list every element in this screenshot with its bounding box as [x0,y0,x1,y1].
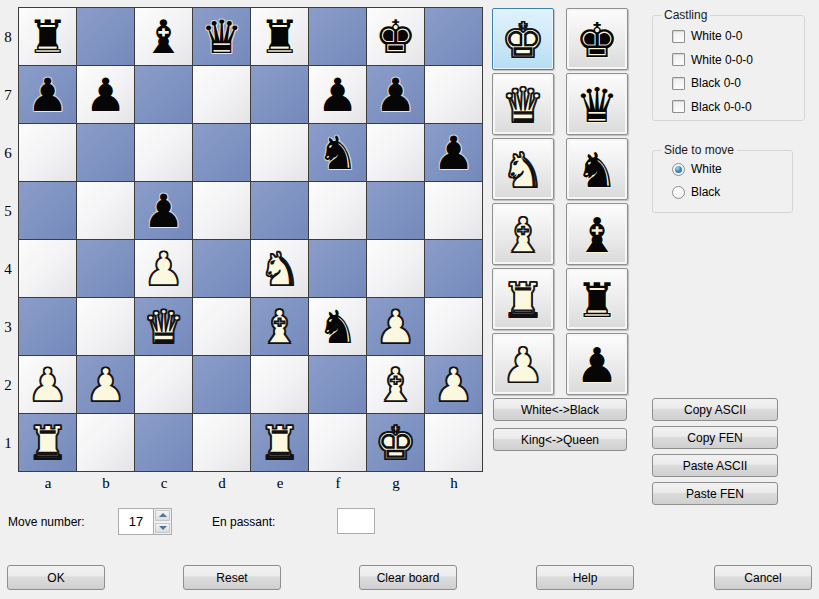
ok-button[interactable]: OK [7,565,105,590]
square-b8[interactable] [77,8,134,65]
white-bishop: ♝ [251,298,308,355]
checkbox-unchecked[interactable] [672,77,685,90]
black-knight: ♞ [309,124,366,181]
castling-option-white-0-0-0: White 0-0-0 [672,53,753,67]
copy-fen-button[interactable]: Copy FEN [652,426,778,449]
square-a8[interactable]: ♜ [19,8,76,65]
rank-label-5: 5 [0,182,16,240]
square-b2[interactable]: ♟ [77,356,134,413]
white-pawn: ♟ [77,356,134,413]
paste-fen-button[interactable]: Paste FEN [652,482,778,505]
clear-board-button[interactable]: Clear board [359,565,457,590]
white-bishop-icon: ♝ [495,206,551,262]
cancel-button[interactable]: Cancel [714,565,812,590]
piece-selector: ♚♚♛♛♞♞♝♝♜♜♟♟ [492,8,628,395]
square-c8[interactable]: ♝ [135,8,192,65]
square-h8[interactable] [425,8,482,65]
radio-label: White [691,162,722,176]
file-label-f: f [309,474,367,492]
file-label-h: h [425,474,483,492]
checkbox-label: White 0-0-0 [691,53,753,67]
square-h1[interactable] [425,414,482,471]
square-a1[interactable]: ♜ [19,414,76,471]
rank-label-4: 4 [0,240,16,298]
square-b3[interactable] [77,298,134,355]
square-c1[interactable] [135,414,192,471]
arrow-up-icon [159,513,167,517]
checkbox-label: Black 0-0-0 [691,100,752,114]
square-a3[interactable] [19,298,76,355]
square-h4[interactable] [425,240,482,297]
position-setup-dialog: 87654321 ♜♝♛♜♚♟♟♟♟♞♟♟♟♞♛♝♞♟♟♟♝♟♜♜♚ abcde… [0,0,819,599]
castling-group-label: Castling [661,8,710,22]
piece-button-black-pawn[interactable]: ♟ [566,333,628,395]
white-pawn: ♟ [19,356,76,413]
square-f7[interactable]: ♟ [309,66,366,123]
file-label-d: d [193,474,251,492]
black-bishop: ♝ [135,8,192,65]
checkbox-label: Black 0-0 [691,76,741,90]
square-f8[interactable] [309,8,366,65]
piece-button-black-queen[interactable]: ♛ [566,73,628,135]
spin-down-button[interactable] [155,523,170,534]
rank-label-1: 1 [0,414,16,472]
square-h2[interactable]: ♟ [425,356,482,413]
white-rook-icon: ♜ [495,271,551,327]
square-g4[interactable] [367,240,424,297]
radio-unselected[interactable] [672,186,685,199]
black-pawn: ♟ [425,124,482,181]
radio-selected[interactable] [672,163,685,176]
square-f1[interactable] [309,414,366,471]
rank-label-8: 8 [0,8,16,66]
copy-ascii-button[interactable]: Copy ASCII [652,398,778,421]
white-queen-icon: ♛ [495,76,551,132]
side-to-move-group: Side to move WhiteBlack [652,150,793,213]
castling-option-black-0-0: Black 0-0 [672,76,741,90]
black-pawn-icon: ♟ [569,336,625,392]
black-king: ♚ [367,8,424,65]
black-pawn: ♟ [367,66,424,123]
square-b6[interactable] [77,124,134,181]
square-d4[interactable] [193,240,250,297]
white-pawn-icon: ♟ [495,336,551,392]
square-b5[interactable] [77,182,134,239]
checkbox-unchecked[interactable] [672,100,685,113]
square-e2[interactable] [251,356,308,413]
move-number-input[interactable]: 17 [118,508,153,535]
square-h3[interactable] [425,298,482,355]
square-c4[interactable]: ♟ [135,240,192,297]
black-pawn: ♟ [309,66,366,123]
radio-label: Black [691,185,720,199]
square-g1[interactable]: ♚ [367,414,424,471]
piece-button-black-knight[interactable]: ♞ [566,138,628,200]
piece-button-white-rook[interactable]: ♜ [492,268,554,330]
white-rook: ♜ [251,414,308,471]
square-b7[interactable]: ♟ [77,66,134,123]
square-e6[interactable] [251,124,308,181]
square-e4[interactable]: ♞ [251,240,308,297]
white-knight: ♞ [251,240,308,297]
square-c3[interactable]: ♛ [135,298,192,355]
move-number-label: Move number: [8,515,85,529]
black-king-icon: ♚ [569,11,625,67]
square-c6[interactable] [135,124,192,181]
white-pawn: ♟ [425,356,482,413]
black-queen: ♛ [193,8,250,65]
square-b4[interactable] [77,240,134,297]
rank-label-6: 6 [0,124,16,182]
paste-ascii-button[interactable]: Paste ASCII [652,454,778,477]
white-knight-icon: ♞ [495,141,551,197]
move-number-arrows [153,508,172,535]
square-c2[interactable] [135,356,192,413]
square-e7[interactable] [251,66,308,123]
square-g3[interactable]: ♟ [367,298,424,355]
square-b1[interactable] [77,414,134,471]
square-d1[interactable] [193,414,250,471]
square-g2[interactable]: ♝ [367,356,424,413]
square-f6[interactable]: ♞ [309,124,366,181]
file-labels: abcdefgh [19,474,483,492]
piece-button-white-bishop[interactable]: ♝ [492,203,554,265]
square-a6[interactable] [19,124,76,181]
square-f3[interactable]: ♞ [309,298,366,355]
black-pawn: ♟ [135,182,192,239]
black-queen-icon: ♛ [569,76,625,132]
side-option-white: White [672,162,722,176]
square-c7[interactable] [135,66,192,123]
rank-labels: 87654321 [0,8,16,472]
black-pawn: ♟ [19,66,76,123]
swap-piece-button[interactable]: King<->Queen [493,428,627,451]
square-a2[interactable]: ♟ [19,356,76,413]
square-e3[interactable]: ♝ [251,298,308,355]
white-bishop: ♝ [367,356,424,413]
white-rook: ♜ [19,414,76,471]
file-label-e: e [251,474,309,492]
white-pawn: ♟ [135,240,192,297]
arrow-down-icon [159,526,167,530]
square-g5[interactable] [367,182,424,239]
square-e8[interactable]: ♜ [251,8,308,65]
square-d7[interactable] [193,66,250,123]
white-king-icon: ♚ [495,11,551,67]
piece-button-white-pawn[interactable]: ♟ [492,333,554,395]
side-option-black: Black [672,185,720,199]
rank-label-3: 3 [0,298,16,356]
square-f5[interactable] [309,182,366,239]
checkbox-label: White 0-0 [691,29,742,43]
reset-button[interactable]: Reset [183,565,281,590]
piece-button-black-bishop[interactable]: ♝ [566,203,628,265]
help-button[interactable]: Help [536,565,634,590]
white-queen: ♛ [135,298,192,355]
square-d5[interactable] [193,182,250,239]
board: ♜♝♛♜♚♟♟♟♟♞♟♟♟♞♛♝♞♟♟♟♝♟♜♜♚ [18,7,483,472]
file-label-b: b [77,474,135,492]
square-d8[interactable]: ♛ [193,8,250,65]
black-rook-icon: ♜ [569,271,625,327]
rank-label-2: 2 [0,356,16,414]
piece-button-white-queen[interactable]: ♛ [492,73,554,135]
square-f2[interactable] [309,356,366,413]
square-d6[interactable] [193,124,250,181]
checkbox-unchecked[interactable] [672,53,685,66]
swap-color-button[interactable]: White<->Black [493,398,627,421]
castling-option-black-0-0-0: Black 0-0-0 [672,100,752,114]
en-passant-input[interactable] [337,508,375,534]
piece-button-black-rook[interactable]: ♜ [566,268,628,330]
square-d3[interactable] [193,298,250,355]
square-h6[interactable]: ♟ [425,124,482,181]
square-f4[interactable] [309,240,366,297]
square-a4[interactable] [19,240,76,297]
square-c5[interactable]: ♟ [135,182,192,239]
move-number-spinner: 17 [118,508,172,535]
square-g7[interactable]: ♟ [367,66,424,123]
square-e1[interactable]: ♜ [251,414,308,471]
file-label-a: a [19,474,77,492]
file-label-c: c [135,474,193,492]
white-pawn: ♟ [367,298,424,355]
white-king: ♚ [367,414,424,471]
piece-button-white-king[interactable]: ♚ [492,8,554,70]
piece-button-black-king[interactable]: ♚ [566,8,628,70]
square-h7[interactable] [425,66,482,123]
black-knight: ♞ [309,298,366,355]
black-rook: ♜ [19,8,76,65]
black-rook: ♜ [251,8,308,65]
castling-option-white-0-0: White 0-0 [672,29,742,43]
black-knight-icon: ♞ [569,141,625,197]
piece-button-white-knight[interactable]: ♞ [492,138,554,200]
black-pawn: ♟ [77,66,134,123]
square-h5[interactable] [425,182,482,239]
checkbox-unchecked[interactable] [672,30,685,43]
square-g8[interactable]: ♚ [367,8,424,65]
square-d2[interactable] [193,356,250,413]
square-g6[interactable] [367,124,424,181]
side-to-move-group-label: Side to move [661,143,737,157]
castling-group: Castling White 0-0White 0-0-0Black 0-0Bl… [652,15,805,121]
file-label-g: g [367,474,425,492]
spin-up-button[interactable] [155,510,170,521]
square-a5[interactable] [19,182,76,239]
square-e5[interactable] [251,182,308,239]
rank-label-7: 7 [0,66,16,124]
black-bishop-icon: ♝ [569,206,625,262]
en-passant-label: En passant: [212,515,275,529]
square-a7[interactable]: ♟ [19,66,76,123]
